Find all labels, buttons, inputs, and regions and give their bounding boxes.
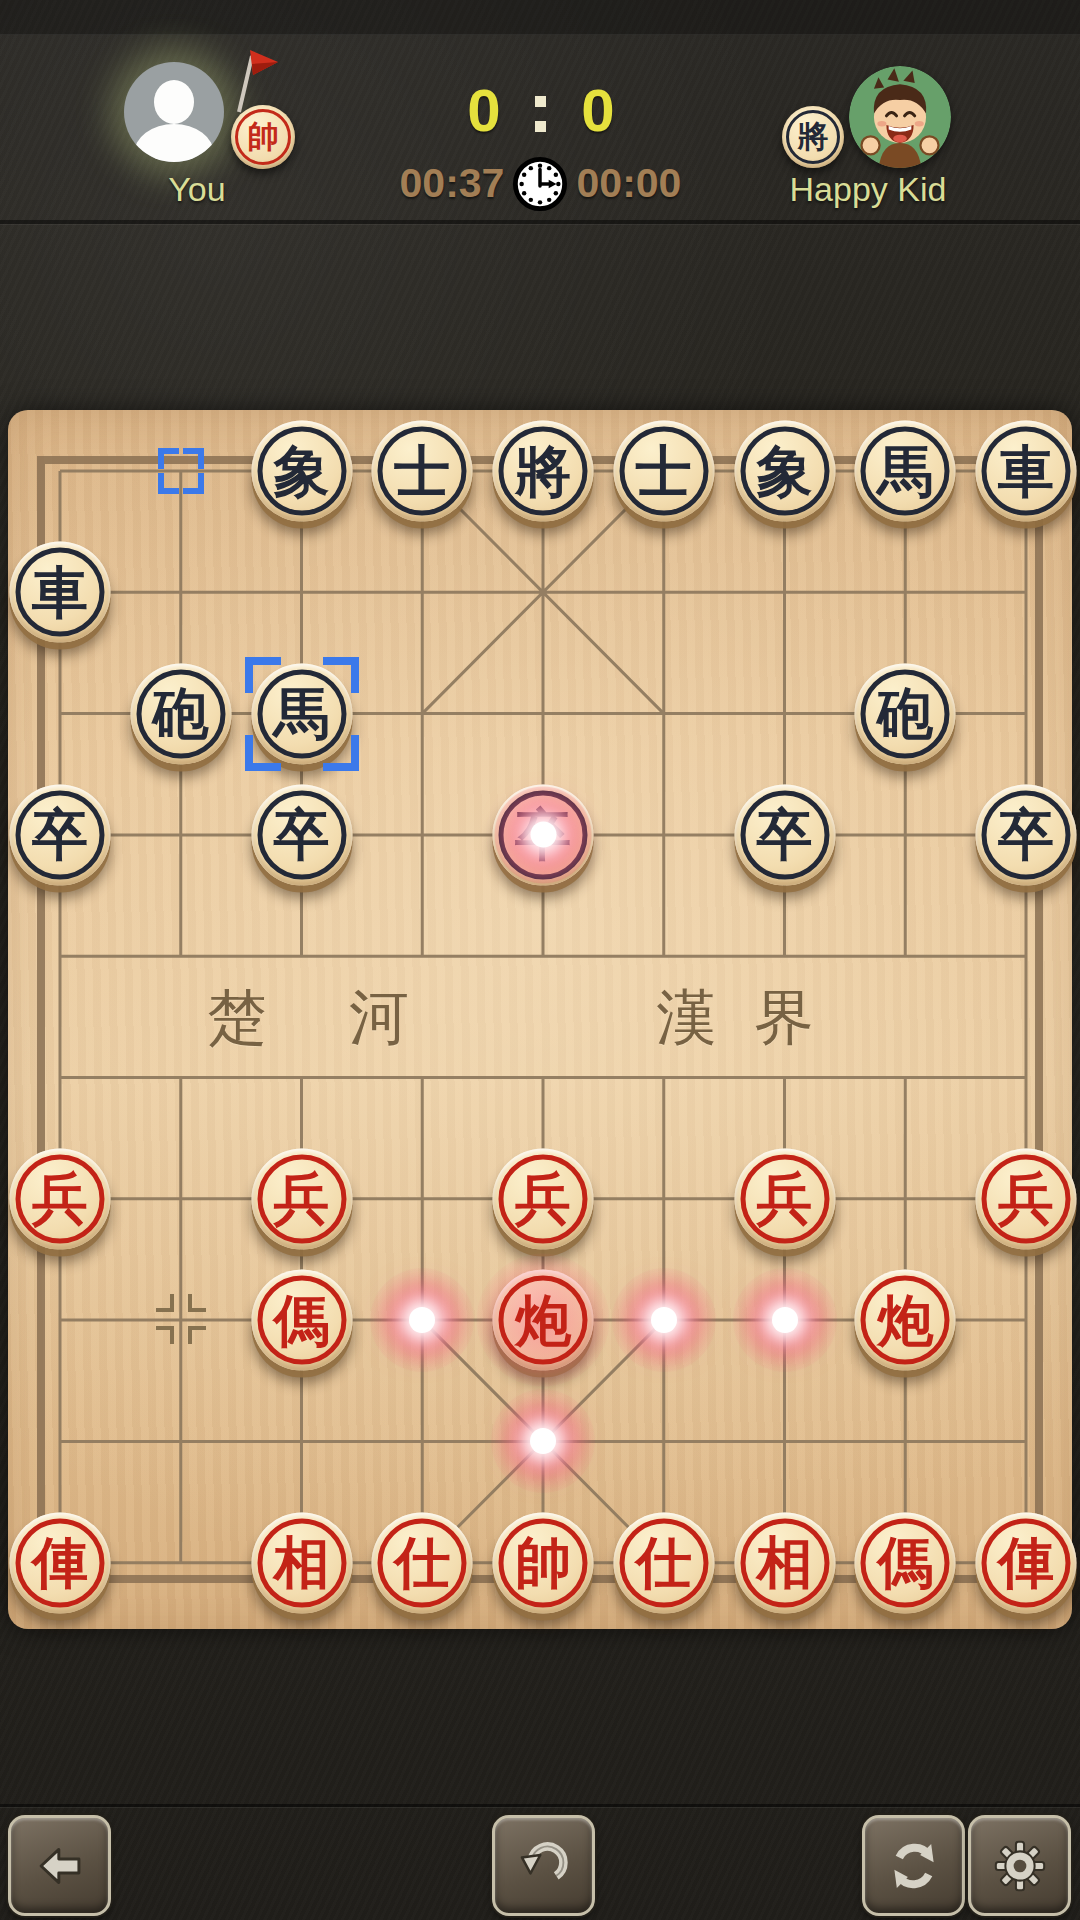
move-hint-dot[interactable]: [491, 1389, 595, 1493]
piece-black-卒[interactable]: 卒: [10, 784, 111, 885]
xiangqi-board[interactable]: 楚 河 漢 界 象士將士象馬車車砲馬砲卒卒卒卒卒兵兵兵兵兵傌炮炮俥相仕帥仕相傌俥: [8, 410, 1072, 1629]
settings-button[interactable]: [968, 1815, 1071, 1916]
piece-black-車[interactable]: 車: [10, 542, 111, 643]
river-label: 界: [754, 978, 814, 1059]
player-avatar-you[interactable]: [124, 62, 224, 162]
piece-red-傌[interactable]: 傌: [251, 1270, 352, 1371]
river-label: 河: [349, 978, 409, 1059]
piece-red-兵[interactable]: 兵: [10, 1148, 111, 1249]
piece-black-象[interactable]: 象: [251, 421, 352, 522]
piece-red-傌[interactable]: 傌: [855, 1512, 956, 1613]
back-button[interactable]: [8, 1815, 111, 1916]
piece-red-仕[interactable]: 仕: [372, 1512, 473, 1613]
piece-black-卒[interactable]: 卒: [251, 784, 352, 885]
game-screen: 帥 You 0 0 00:37 00:00 將: [0, 0, 1080, 1920]
piece-red-相[interactable]: 相: [734, 1512, 835, 1613]
piece-red-兵[interactable]: 兵: [493, 1148, 594, 1249]
piece-red-俥[interactable]: 俥: [10, 1512, 111, 1613]
piece-black-砲[interactable]: 砲: [130, 663, 231, 764]
player-name-you: You: [97, 170, 297, 209]
clock-icon: [511, 155, 569, 213]
side-badge-black: 將: [782, 106, 844, 168]
gear-icon: [992, 1838, 1048, 1894]
undo-button[interactable]: [492, 1815, 595, 1916]
piece-black-士[interactable]: 士: [372, 421, 473, 522]
score-left: 0: [444, 76, 524, 145]
player-name-happy-kid: Happy Kid: [738, 170, 998, 209]
move-hint-dot[interactable]: [733, 1268, 837, 1372]
piece-black-卒[interactable]: 卒: [976, 784, 1077, 885]
river-label: 楚: [207, 978, 267, 1059]
piece-black-象[interactable]: 象: [734, 421, 835, 522]
piece-red-兵[interactable]: 兵: [251, 1148, 352, 1249]
score-right: 0: [558, 76, 638, 145]
piece-red-仕[interactable]: 仕: [613, 1512, 714, 1613]
piece-black-馬[interactable]: 馬: [855, 421, 956, 522]
piece-red-俥[interactable]: 俥: [976, 1512, 1077, 1613]
header-divider: [0, 220, 1080, 224]
piece-black-卒[interactable]: 卒: [734, 784, 835, 885]
person-silhouette-icon: [154, 80, 194, 124]
piece-black-將[interactable]: 將: [493, 421, 594, 522]
last-move-marker-to: [245, 657, 359, 771]
side-badge-red: 帥: [231, 105, 295, 169]
piece-black-卒[interactable]: 卒: [493, 784, 594, 885]
player-avatar-happy-kid[interactable]: [849, 66, 951, 168]
move-hint-dot[interactable]: [370, 1268, 474, 1372]
status-bar: [0, 0, 1080, 35]
piece-red-炮[interactable]: 炮: [855, 1270, 956, 1371]
piece-black-車[interactable]: 車: [976, 421, 1077, 522]
piece-red-炮[interactable]: 炮: [493, 1270, 594, 1371]
river-label: 漢: [656, 978, 716, 1059]
piece-red-兵[interactable]: 兵: [976, 1148, 1077, 1249]
piece-black-砲[interactable]: 砲: [855, 663, 956, 764]
last-move-marker-from: [158, 448, 204, 494]
score-colon: [535, 96, 546, 107]
happy-kid-cartoon-icon: [849, 66, 951, 168]
toolbar-divider: [0, 1804, 1080, 1807]
rotate-icon: [887, 1839, 941, 1893]
piece-red-兵[interactable]: 兵: [734, 1148, 835, 1249]
piece-red-相[interactable]: 相: [251, 1512, 352, 1613]
piece-black-士[interactable]: 士: [613, 421, 714, 522]
piece-red-帥[interactable]: 帥: [493, 1512, 594, 1613]
move-hint-dot[interactable]: [612, 1268, 716, 1372]
back-arrow-icon: [34, 1840, 86, 1892]
undo-arrow-icon: [517, 1839, 571, 1893]
flip-board-button[interactable]: [862, 1815, 965, 1916]
